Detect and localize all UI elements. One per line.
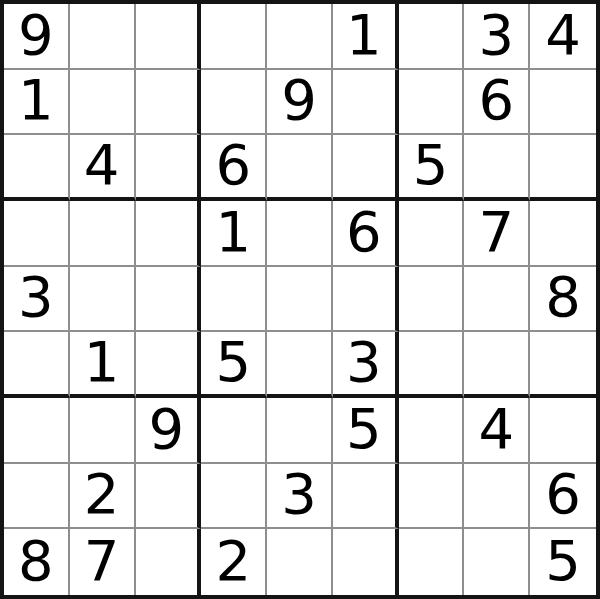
given-digit: 1 [215,204,251,260]
cell-r4c4[interactable]: 1 [201,201,267,267]
cell-r9c5[interactable] [267,529,333,595]
cell-r4c3[interactable] [136,201,202,267]
cell-r1c4[interactable] [201,4,267,70]
given-digit: 1 [84,334,120,390]
cell-r1c6[interactable]: 1 [333,4,399,70]
cell-r5c7[interactable] [399,267,465,333]
cell-r2c5[interactable]: 9 [267,70,333,136]
cell-r2c8[interactable]: 6 [464,70,530,136]
cell-r6c6[interactable]: 3 [333,332,399,398]
cell-r8c7[interactable] [399,464,465,530]
cell-r7c7[interactable] [399,398,465,464]
cell-r7c2[interactable] [70,398,136,464]
cell-r7c3[interactable]: 9 [136,398,202,464]
cell-r9c9[interactable]: 5 [530,529,596,595]
given-digit: 3 [346,334,382,390]
cell-r4c5[interactable] [267,201,333,267]
cell-r4c8[interactable]: 7 [464,201,530,267]
cell-r7c4[interactable] [201,398,267,464]
given-digit: 7 [479,204,515,260]
cell-r4c7[interactable] [399,201,465,267]
cell-r6c4[interactable]: 5 [201,332,267,398]
cell-r5c5[interactable] [267,267,333,333]
cell-r9c2[interactable]: 7 [70,529,136,595]
cell-r6c9[interactable] [530,332,596,398]
given-digit: 3 [479,7,515,63]
given-digit: 3 [281,466,317,522]
given-digit: 5 [545,533,581,589]
cell-r8c5[interactable]: 3 [267,464,333,530]
sudoku-puzzle: 9134196465167381539542368725 [0,0,600,599]
cell-r9c8[interactable] [464,529,530,595]
cell-r9c7[interactable] [399,529,465,595]
cell-r1c8[interactable]: 3 [464,4,530,70]
cell-r1c7[interactable] [399,4,465,70]
given-digit: 8 [18,533,54,589]
given-digit: 9 [18,7,54,63]
cell-r1c9[interactable]: 4 [530,4,596,70]
cell-r1c3[interactable] [136,4,202,70]
given-digit: 1 [18,72,54,128]
cell-r2c2[interactable] [70,70,136,136]
cell-r1c1[interactable]: 9 [4,4,70,70]
given-digit: 8 [545,269,581,325]
cell-r5c8[interactable] [464,267,530,333]
cell-r3c6[interactable] [333,135,399,201]
cell-r2c3[interactable] [136,70,202,136]
cell-r7c8[interactable]: 4 [464,398,530,464]
given-digit: 4 [479,401,515,457]
given-digit: 9 [149,401,185,457]
cell-r7c9[interactable] [530,398,596,464]
cell-r5c9[interactable]: 8 [530,267,596,333]
cell-r3c1[interactable] [4,135,70,201]
cell-r2c4[interactable] [201,70,267,136]
cell-r5c2[interactable] [70,267,136,333]
sudoku-board: 9134196465167381539542368725 [0,0,600,599]
cell-r9c3[interactable] [136,529,202,595]
cell-r4c1[interactable] [4,201,70,267]
cell-r3c8[interactable] [464,135,530,201]
cell-r2c6[interactable] [333,70,399,136]
cell-r9c4[interactable]: 2 [201,529,267,595]
cell-r4c6[interactable]: 6 [333,201,399,267]
cell-r6c7[interactable] [399,332,465,398]
given-digit: 4 [84,137,120,193]
cell-r7c5[interactable] [267,398,333,464]
cell-r7c1[interactable] [4,398,70,464]
cell-r3c2[interactable]: 4 [70,135,136,201]
cell-r3c7[interactable]: 5 [399,135,465,201]
given-digit: 9 [281,72,317,128]
cell-r8c3[interactable] [136,464,202,530]
given-digit: 5 [215,334,251,390]
cell-r2c9[interactable] [530,70,596,136]
given-digit: 6 [479,72,515,128]
cell-r4c2[interactable] [70,201,136,267]
cell-r1c2[interactable] [70,4,136,70]
cell-r3c5[interactable] [267,135,333,201]
given-digit: 2 [215,533,251,589]
cell-r5c1[interactable]: 3 [4,267,70,333]
cell-r6c5[interactable] [267,332,333,398]
given-digit: 4 [545,7,581,63]
given-digit: 6 [215,137,251,193]
cell-r6c1[interactable] [4,332,70,398]
cell-r7c6[interactable]: 5 [333,398,399,464]
given-digit: 7 [84,533,120,589]
given-digit: 1 [346,7,382,63]
cell-r2c1[interactable]: 1 [4,70,70,136]
given-digit: 2 [84,466,120,522]
given-digit: 5 [346,401,382,457]
cell-r1c5[interactable] [267,4,333,70]
cell-r8c1[interactable] [4,464,70,530]
cell-r6c3[interactable] [136,332,202,398]
cell-r8c4[interactable] [201,464,267,530]
cell-r6c8[interactable] [464,332,530,398]
cell-r3c9[interactable] [530,135,596,201]
cell-r5c3[interactable] [136,267,202,333]
cell-r6c2[interactable]: 1 [70,332,136,398]
given-digit: 6 [545,466,581,522]
cell-r8c8[interactable] [464,464,530,530]
given-digit: 3 [18,269,54,325]
cell-r8c2[interactable]: 2 [70,464,136,530]
cell-r4c9[interactable] [530,201,596,267]
cell-r8c9[interactable]: 6 [530,464,596,530]
given-digit: 6 [346,204,382,260]
cell-r5c4[interactable] [201,267,267,333]
cell-r5c6[interactable] [333,267,399,333]
cell-r9c1[interactable]: 8 [4,529,70,595]
given-digit: 5 [413,137,449,193]
cell-r8c6[interactable] [333,464,399,530]
cell-r3c4[interactable]: 6 [201,135,267,201]
cell-r2c7[interactable] [399,70,465,136]
cell-r3c3[interactable] [136,135,202,201]
cell-r9c6[interactable] [333,529,399,595]
